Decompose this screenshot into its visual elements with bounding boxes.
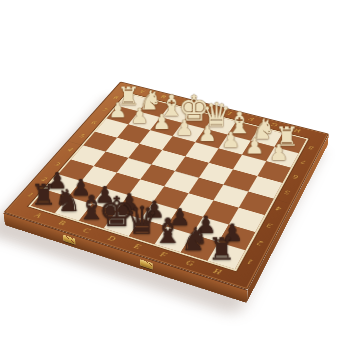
scene: ♜♞♝♚♛♝♞♜♟♟♟♟♟♟♟♟♟♟♟♟♟♟♟♟♜♞♝♚♛♝♞♜ AABBCCD… <box>0 0 350 350</box>
brass-latch-left <box>63 234 76 244</box>
rank-label-right-1: 1 <box>241 256 260 268</box>
square-e6[interactable] <box>185 142 218 162</box>
product-photo: ♜♞♝♚♛♝♞♜♟♟♟♟♟♟♟♟♟♟♟♟♟♟♟♟♜♞♝♚♛♝♞♜ AABBCCD… <box>0 0 350 350</box>
rank-label-right-8: 8 <box>303 143 319 152</box>
rank-label-right-2: 2 <box>251 238 269 249</box>
rank-label-right-3: 3 <box>260 220 278 231</box>
rank-label-right-5: 5 <box>279 188 296 198</box>
rank-label-right-4: 4 <box>270 204 287 214</box>
rank-label-right-7: 7 <box>295 158 311 167</box>
rank-label-right-6: 6 <box>287 172 304 181</box>
brass-latch-center <box>139 259 152 270</box>
chess-board: ♜♞♝♚♛♝♞♜♟♟♟♟♟♟♟♟♟♟♟♟♟♟♟♟♜♞♝♚♛♝♞♜ AABBCCD… <box>3 82 329 290</box>
